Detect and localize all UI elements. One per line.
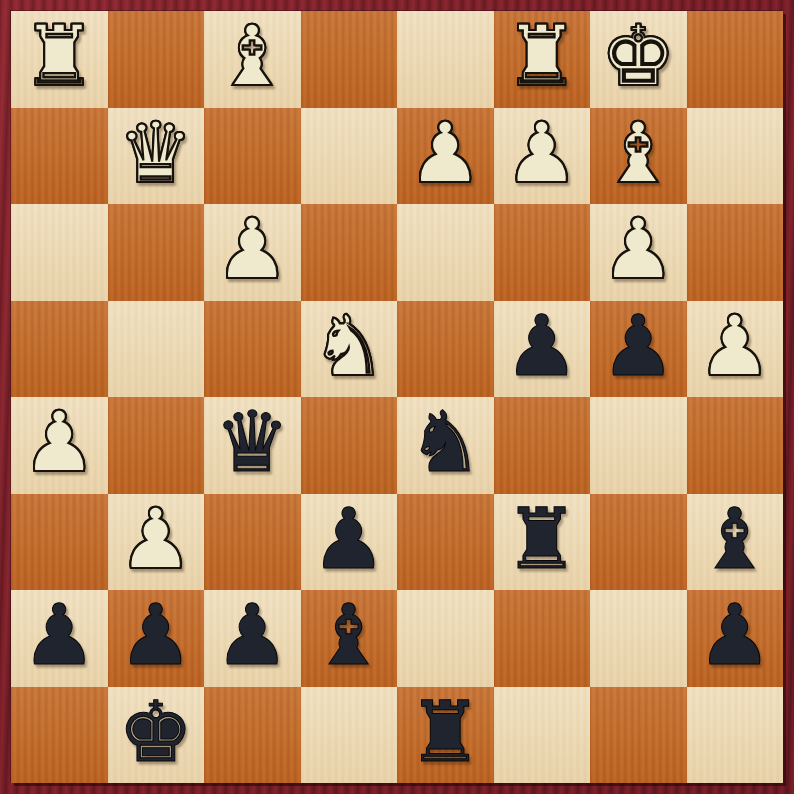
piece-black-pawn[interactable]: ♟ — [311, 497, 386, 581]
piece-white-pawn[interactable]: ♟ — [118, 497, 193, 581]
square-d2[interactable]: ♟ — [397, 108, 494, 205]
square-h1[interactable]: ♜ — [11, 11, 108, 108]
piece-black-bishop[interactable]: ♝ — [697, 497, 772, 581]
square-b7[interactable] — [590, 590, 687, 687]
square-a4[interactable]: ♟ — [687, 301, 784, 398]
piece-black-pawn[interactable]: ♟ — [504, 304, 579, 388]
square-d1[interactable] — [397, 11, 494, 108]
square-g3[interactable] — [108, 204, 205, 301]
square-f2[interactable] — [204, 108, 301, 205]
square-c8[interactable] — [494, 687, 591, 784]
square-d3[interactable] — [397, 204, 494, 301]
square-e3[interactable] — [301, 204, 398, 301]
square-b8[interactable] — [590, 687, 687, 784]
piece-white-bishop[interactable]: ♝ — [601, 111, 676, 195]
square-g7[interactable]: ♟ — [108, 590, 205, 687]
square-f8[interactable] — [204, 687, 301, 784]
square-h7[interactable]: ♟ — [11, 590, 108, 687]
square-f7[interactable]: ♟ — [204, 590, 301, 687]
piece-black-queen[interactable]: ♛ — [215, 400, 290, 484]
square-c6[interactable]: ♜ — [494, 494, 591, 591]
square-b5[interactable] — [590, 397, 687, 494]
chess-board: ♜♝♜♚♛♟♟♝♟♟♞♟♟♟♟♛♞♟♟♜♝♟♟♟♝♟♚♜ — [11, 11, 783, 783]
square-a3[interactable] — [687, 204, 784, 301]
piece-black-rook[interactable]: ♜ — [408, 690, 483, 774]
piece-black-pawn[interactable]: ♟ — [118, 593, 193, 677]
square-a1[interactable] — [687, 11, 784, 108]
square-d8[interactable]: ♜ — [397, 687, 494, 784]
piece-white-bishop[interactable]: ♝ — [215, 14, 290, 98]
square-e4[interactable]: ♞ — [301, 301, 398, 398]
square-h8[interactable] — [11, 687, 108, 784]
square-h4[interactable] — [11, 301, 108, 398]
square-e7[interactable]: ♝ — [301, 590, 398, 687]
square-g4[interactable] — [108, 301, 205, 398]
square-a2[interactable] — [687, 108, 784, 205]
square-g6[interactable]: ♟ — [108, 494, 205, 591]
square-e8[interactable] — [301, 687, 398, 784]
square-e1[interactable] — [301, 11, 398, 108]
square-d6[interactable] — [397, 494, 494, 591]
square-c1[interactable]: ♜ — [494, 11, 591, 108]
piece-black-king[interactable]: ♚ — [118, 690, 193, 774]
piece-white-pawn[interactable]: ♟ — [697, 304, 772, 388]
square-c4[interactable]: ♟ — [494, 301, 591, 398]
square-h5[interactable]: ♟ — [11, 397, 108, 494]
piece-white-rook[interactable]: ♜ — [22, 14, 97, 98]
square-b4[interactable]: ♟ — [590, 301, 687, 398]
piece-black-rook[interactable]: ♜ — [504, 497, 579, 581]
square-e2[interactable] — [301, 108, 398, 205]
square-f3[interactable]: ♟ — [204, 204, 301, 301]
square-g1[interactable] — [108, 11, 205, 108]
square-h3[interactable] — [11, 204, 108, 301]
square-c7[interactable] — [494, 590, 591, 687]
piece-black-pawn[interactable]: ♟ — [215, 593, 290, 677]
piece-white-pawn[interactable]: ♟ — [601, 207, 676, 291]
square-e5[interactable] — [301, 397, 398, 494]
square-c2[interactable]: ♟ — [494, 108, 591, 205]
square-c3[interactable] — [494, 204, 591, 301]
square-b1[interactable]: ♚ — [590, 11, 687, 108]
square-b2[interactable]: ♝ — [590, 108, 687, 205]
piece-white-knight[interactable]: ♞ — [311, 304, 386, 388]
piece-black-pawn[interactable]: ♟ — [601, 304, 676, 388]
square-g5[interactable] — [108, 397, 205, 494]
piece-black-pawn[interactable]: ♟ — [697, 593, 772, 677]
square-a5[interactable] — [687, 397, 784, 494]
square-f4[interactable] — [204, 301, 301, 398]
square-a6[interactable]: ♝ — [687, 494, 784, 591]
piece-white-pawn[interactable]: ♟ — [215, 207, 290, 291]
piece-white-pawn[interactable]: ♟ — [408, 111, 483, 195]
square-c5[interactable] — [494, 397, 591, 494]
piece-black-bishop[interactable]: ♝ — [311, 593, 386, 677]
square-a7[interactable]: ♟ — [687, 590, 784, 687]
square-h2[interactable] — [11, 108, 108, 205]
square-h6[interactable] — [11, 494, 108, 591]
square-g8[interactable]: ♚ — [108, 687, 205, 784]
piece-white-queen[interactable]: ♛ — [118, 111, 193, 195]
square-g2[interactable]: ♛ — [108, 108, 205, 205]
square-e6[interactable]: ♟ — [301, 494, 398, 591]
square-d5[interactable]: ♞ — [397, 397, 494, 494]
square-d4[interactable] — [397, 301, 494, 398]
piece-black-pawn[interactable]: ♟ — [22, 593, 97, 677]
square-b6[interactable] — [590, 494, 687, 591]
piece-white-pawn[interactable]: ♟ — [504, 111, 579, 195]
square-a8[interactable] — [687, 687, 784, 784]
square-f6[interactable] — [204, 494, 301, 591]
square-d7[interactable] — [397, 590, 494, 687]
piece-white-pawn[interactable]: ♟ — [22, 400, 97, 484]
square-b3[interactable]: ♟ — [590, 204, 687, 301]
square-f1[interactable]: ♝ — [204, 11, 301, 108]
board-frame: ♜♝♜♚♛♟♟♝♟♟♞♟♟♟♟♛♞♟♟♜♝♟♟♟♝♟♚♜ — [0, 0, 794, 794]
piece-black-knight[interactable]: ♞ — [408, 400, 483, 484]
piece-white-king[interactable]: ♚ — [601, 14, 676, 98]
square-f5[interactable]: ♛ — [204, 397, 301, 494]
piece-white-rook[interactable]: ♜ — [504, 14, 579, 98]
